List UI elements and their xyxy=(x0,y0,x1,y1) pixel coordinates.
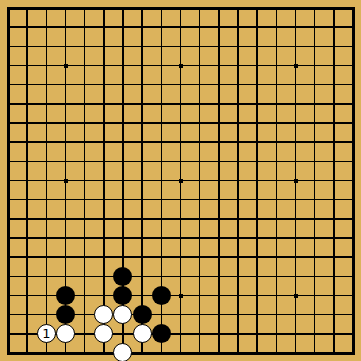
stone-white xyxy=(113,305,132,324)
stone-black xyxy=(113,286,132,305)
stone-black xyxy=(56,286,75,305)
stone-white xyxy=(113,343,132,361)
stone-black xyxy=(113,267,132,286)
stone-white xyxy=(94,324,113,343)
stone-black xyxy=(152,324,171,343)
stone-black xyxy=(133,305,152,324)
stone-white xyxy=(133,324,152,343)
move-number-label: 1 xyxy=(42,327,50,340)
stone-black xyxy=(152,286,171,305)
stone-white xyxy=(94,305,113,324)
stone-black xyxy=(56,305,75,324)
stone-white xyxy=(56,324,75,343)
go-board[interactable]: 1 xyxy=(0,0,361,361)
stones-layer: 1 xyxy=(0,0,361,361)
stone-white: 1 xyxy=(37,324,56,343)
